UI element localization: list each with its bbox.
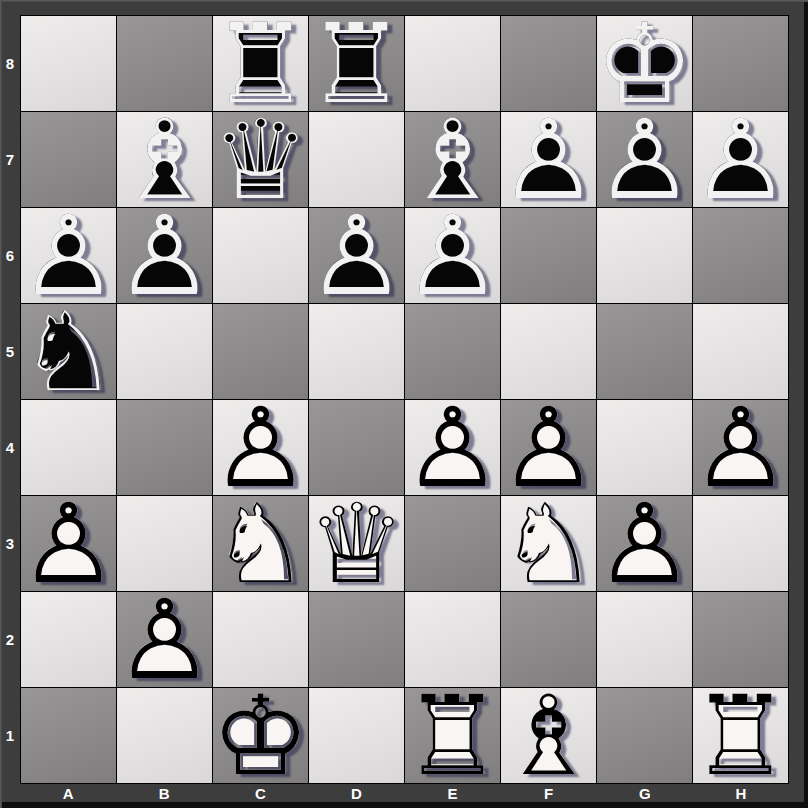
black-pawn-piece: ♟♙: [501, 112, 596, 207]
pawn-fill-glyph: ♟: [597, 496, 692, 591]
file-label-c: C: [212, 784, 308, 802]
square-d6[interactable]: ♟♙: [309, 208, 404, 303]
knight-fill-glyph: ♞: [21, 304, 116, 399]
square-f4[interactable]: ♟♙: [501, 400, 596, 495]
rank-labels: 87654321: [0, 15, 20, 784]
black-knight-piece: ♞♘: [21, 304, 116, 399]
square-a7[interactable]: [21, 112, 116, 207]
pawn-fill-glyph: ♟: [693, 112, 788, 207]
square-e1[interactable]: ♜♖: [405, 688, 500, 783]
rook-outline-glyph: ♖: [213, 16, 308, 111]
square-b4[interactable]: [117, 400, 212, 495]
square-g7[interactable]: ♟♙: [597, 112, 692, 207]
bishop-outline-glyph: ♗: [405, 112, 500, 207]
square-e7[interactable]: ♝♗: [405, 112, 500, 207]
white-rook-piece: ♜♖: [693, 688, 788, 783]
square-c3[interactable]: ♞♘: [213, 496, 308, 591]
square-f8[interactable]: [501, 16, 596, 111]
square-g1[interactable]: [597, 688, 692, 783]
black-rook-piece: ♜♖: [309, 16, 404, 111]
square-c2[interactable]: [213, 592, 308, 687]
square-b6[interactable]: ♟♙: [117, 208, 212, 303]
rank-label-7: 7: [0, 111, 20, 207]
rook-fill-glyph: ♜: [213, 16, 308, 111]
square-g2[interactable]: [597, 592, 692, 687]
pawn-outline-glyph: ♙: [693, 112, 788, 207]
square-h4[interactable]: ♟♙: [693, 400, 788, 495]
square-g4[interactable]: [597, 400, 692, 495]
square-f5[interactable]: [501, 304, 596, 399]
king-fill-glyph: ♚: [213, 688, 308, 783]
queen-fill-glyph: ♛: [213, 112, 308, 207]
knight-fill-glyph: ♞: [501, 496, 596, 591]
pawn-outline-glyph: ♙: [597, 496, 692, 591]
square-e6[interactable]: ♟♙: [405, 208, 500, 303]
square-h3[interactable]: [693, 496, 788, 591]
rank-label-1: 1: [0, 688, 20, 784]
white-pawn-piece: ♟♙: [597, 496, 692, 591]
queen-fill-glyph: ♛: [309, 496, 404, 591]
pawn-fill-glyph: ♟: [405, 400, 500, 495]
square-b7[interactable]: ♝♗: [117, 112, 212, 207]
square-c7[interactable]: ♛♕: [213, 112, 308, 207]
white-knight-piece: ♞♘: [213, 496, 308, 591]
bishop-outline-glyph: ♗: [501, 688, 596, 783]
square-c5[interactable]: [213, 304, 308, 399]
pawn-outline-glyph: ♙: [501, 400, 596, 495]
file-label-h: H: [693, 784, 789, 802]
square-h8[interactable]: [693, 16, 788, 111]
white-pawn-piece: ♟♙: [405, 400, 500, 495]
white-pawn-piece: ♟♙: [693, 400, 788, 495]
knight-outline-glyph: ♘: [213, 496, 308, 591]
pawn-outline-glyph: ♙: [309, 208, 404, 303]
rook-outline-glyph: ♖: [309, 16, 404, 111]
square-c6[interactable]: [213, 208, 308, 303]
pawn-outline-glyph: ♙: [597, 112, 692, 207]
black-pawn-piece: ♟♙: [405, 208, 500, 303]
pawn-fill-glyph: ♟: [21, 208, 116, 303]
bishop-fill-glyph: ♝: [501, 688, 596, 783]
white-pawn-piece: ♟♙: [21, 496, 116, 591]
square-g5[interactable]: [597, 304, 692, 399]
pawn-fill-glyph: ♟: [309, 208, 404, 303]
white-knight-piece: ♞♘: [501, 496, 596, 591]
white-pawn-piece: ♟♙: [501, 400, 596, 495]
square-g8[interactable]: ♚♔: [597, 16, 692, 111]
pawn-fill-glyph: ♟: [117, 208, 212, 303]
bishop-fill-glyph: ♝: [405, 112, 500, 207]
king-outline-glyph: ♔: [597, 16, 692, 111]
king-fill-glyph: ♚: [597, 16, 692, 111]
pawn-fill-glyph: ♟: [213, 400, 308, 495]
white-king-piece: ♚♔: [213, 688, 308, 783]
black-pawn-piece: ♟♙: [117, 208, 212, 303]
square-d5[interactable]: [309, 304, 404, 399]
pawn-outline-glyph: ♙: [21, 496, 116, 591]
square-f6[interactable]: [501, 208, 596, 303]
square-f7[interactable]: ♟♙: [501, 112, 596, 207]
rook-fill-glyph: ♜: [405, 688, 500, 783]
bishop-outline-glyph: ♗: [117, 112, 212, 207]
file-label-g: G: [597, 784, 693, 802]
pawn-outline-glyph: ♙: [213, 400, 308, 495]
pawn-outline-glyph: ♙: [693, 400, 788, 495]
square-e8[interactable]: [405, 16, 500, 111]
rook-outline-glyph: ♖: [405, 688, 500, 783]
rank-label-2: 2: [0, 592, 20, 688]
square-f3[interactable]: ♞♘: [501, 496, 596, 591]
pawn-fill-glyph: ♟: [597, 112, 692, 207]
pawn-fill-glyph: ♟: [501, 400, 596, 495]
pawn-outline-glyph: ♙: [117, 592, 212, 687]
square-e5[interactable]: [405, 304, 500, 399]
black-bishop-piece: ♝♗: [405, 112, 500, 207]
square-a3[interactable]: ♟♙: [21, 496, 116, 591]
square-h2[interactable]: [693, 592, 788, 687]
square-a2[interactable]: [21, 592, 116, 687]
pawn-fill-glyph: ♟: [501, 112, 596, 207]
black-rook-piece: ♜♖: [213, 16, 308, 111]
file-labels: ABCDEFGH: [20, 784, 789, 802]
square-h6[interactable]: [693, 208, 788, 303]
pawn-fill-glyph: ♟: [117, 592, 212, 687]
king-outline-glyph: ♔: [213, 688, 308, 783]
black-king-piece: ♚♔: [597, 16, 692, 111]
pawn-fill-glyph: ♟: [405, 208, 500, 303]
square-a4[interactable]: [21, 400, 116, 495]
square-a5[interactable]: ♞♘: [21, 304, 116, 399]
pawn-outline-glyph: ♙: [21, 208, 116, 303]
rank-label-6: 6: [0, 207, 20, 303]
pawn-outline-glyph: ♙: [405, 400, 500, 495]
pawn-fill-glyph: ♟: [21, 496, 116, 591]
square-b2[interactable]: ♟♙: [117, 592, 212, 687]
white-queen-piece: ♛♕: [309, 496, 404, 591]
black-queen-piece: ♛♕: [213, 112, 308, 207]
white-rook-piece: ♜♖: [405, 688, 500, 783]
square-b1[interactable]: [117, 688, 212, 783]
square-a1[interactable]: [21, 688, 116, 783]
square-c4[interactable]: ♟♙: [213, 400, 308, 495]
black-pawn-piece: ♟♙: [693, 112, 788, 207]
knight-outline-glyph: ♘: [501, 496, 596, 591]
pawn-outline-glyph: ♙: [501, 112, 596, 207]
pawn-fill-glyph: ♟: [693, 400, 788, 495]
pawn-outline-glyph: ♙: [117, 208, 212, 303]
file-label-b: B: [116, 784, 212, 802]
square-f1[interactable]: ♝♗: [501, 688, 596, 783]
board-frame: 87654321 ♜♖♜♖♚♔♝♗♛♕♝♗♟♙♟♙♟♙♟♙♟♙♟♙♟♙♞♘♟♙♟…: [0, 0, 808, 808]
rank-label-5: 5: [0, 303, 20, 399]
rank-label-4: 4: [0, 400, 20, 496]
file-label-e: E: [405, 784, 501, 802]
queen-outline-glyph: ♕: [309, 496, 404, 591]
square-b5[interactable]: [117, 304, 212, 399]
square-b3[interactable]: [117, 496, 212, 591]
square-d4[interactable]: [309, 400, 404, 495]
white-pawn-piece: ♟♙: [213, 400, 308, 495]
square-b8[interactable]: [117, 16, 212, 111]
square-e3[interactable]: [405, 496, 500, 591]
rank-label-3: 3: [0, 496, 20, 592]
square-d8[interactable]: ♜♖: [309, 16, 404, 111]
rook-fill-glyph: ♜: [693, 688, 788, 783]
file-label-d: D: [308, 784, 404, 802]
square-h5[interactable]: [693, 304, 788, 399]
black-pawn-piece: ♟♙: [21, 208, 116, 303]
black-pawn-piece: ♟♙: [597, 112, 692, 207]
rook-outline-glyph: ♖: [693, 688, 788, 783]
bishop-fill-glyph: ♝: [117, 112, 212, 207]
knight-outline-glyph: ♘: [21, 304, 116, 399]
square-f2[interactable]: [501, 592, 596, 687]
chess-board: ♜♖♜♖♚♔♝♗♛♕♝♗♟♙♟♙♟♙♟♙♟♙♟♙♟♙♞♘♟♙♟♙♟♙♟♙♟♙♞♘…: [20, 15, 789, 784]
square-h7[interactable]: ♟♙: [693, 112, 788, 207]
black-pawn-piece: ♟♙: [309, 208, 404, 303]
square-a6[interactable]: ♟♙: [21, 208, 116, 303]
white-pawn-piece: ♟♙: [117, 592, 212, 687]
square-a8[interactable]: [21, 16, 116, 111]
square-d1[interactable]: [309, 688, 404, 783]
file-label-f: F: [501, 784, 597, 802]
square-h1[interactable]: ♜♖: [693, 688, 788, 783]
square-d3[interactable]: ♛♕: [309, 496, 404, 591]
square-d2[interactable]: [309, 592, 404, 687]
square-g6[interactable]: [597, 208, 692, 303]
square-c1[interactable]: ♚♔: [213, 688, 308, 783]
square-g3[interactable]: ♟♙: [597, 496, 692, 591]
square-e4[interactable]: ♟♙: [405, 400, 500, 495]
rank-label-8: 8: [0, 15, 20, 111]
square-c8[interactable]: ♜♖: [213, 16, 308, 111]
rook-fill-glyph: ♜: [309, 16, 404, 111]
queen-outline-glyph: ♕: [213, 112, 308, 207]
pawn-outline-glyph: ♙: [405, 208, 500, 303]
white-bishop-piece: ♝♗: [501, 688, 596, 783]
square-e2[interactable]: [405, 592, 500, 687]
knight-fill-glyph: ♞: [213, 496, 308, 591]
square-d7[interactable]: [309, 112, 404, 207]
black-bishop-piece: ♝♗: [117, 112, 212, 207]
file-label-a: A: [20, 784, 116, 802]
